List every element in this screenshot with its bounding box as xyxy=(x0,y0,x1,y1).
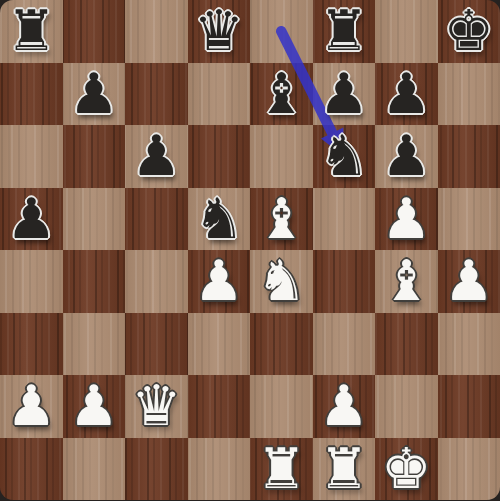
piece-white-queen[interactable]: ♛ xyxy=(125,375,188,438)
piece-black-king[interactable]: ♚ xyxy=(438,0,500,63)
piece-black-pawn[interactable]: ♟ xyxy=(63,63,126,126)
square-c1[interactable] xyxy=(125,438,188,501)
board-background: ♜♛♜♚♟♝♟♟♟♞♟♟♞♝♟♟♞♝♟♟♟♛♟♜♜♚ xyxy=(0,0,500,501)
square-e6[interactable] xyxy=(250,125,313,188)
piece-white-pawn[interactable]: ♟ xyxy=(0,375,63,438)
piece-white-pawn[interactable]: ♟ xyxy=(438,250,500,313)
square-g1[interactable]: ♚ xyxy=(375,438,438,501)
square-h3[interactable] xyxy=(438,313,500,376)
piece-black-knight[interactable]: ♞ xyxy=(188,188,251,251)
chess-board[interactable]: ♜♛♜♚♟♝♟♟♟♞♟♟♞♝♟♟♞♝♟♟♟♛♟♜♜♚ xyxy=(0,0,500,500)
piece-white-rook[interactable]: ♜ xyxy=(313,438,376,501)
square-a5[interactable]: ♟ xyxy=(0,188,63,251)
piece-black-pawn[interactable]: ♟ xyxy=(375,63,438,126)
square-c6[interactable]: ♟ xyxy=(125,125,188,188)
square-a1[interactable] xyxy=(0,438,63,501)
piece-white-pawn[interactable]: ♟ xyxy=(63,375,126,438)
piece-black-pawn[interactable]: ♟ xyxy=(313,63,376,126)
square-g2[interactable] xyxy=(375,375,438,438)
square-b6[interactable] xyxy=(63,125,126,188)
square-g5[interactable]: ♟ xyxy=(375,188,438,251)
square-d4[interactable]: ♟ xyxy=(188,250,251,313)
square-e4[interactable]: ♞ xyxy=(250,250,313,313)
square-e1[interactable]: ♜ xyxy=(250,438,313,501)
square-c7[interactable] xyxy=(125,63,188,126)
square-h2[interactable] xyxy=(438,375,500,438)
square-d1[interactable] xyxy=(188,438,251,501)
square-c8[interactable] xyxy=(125,0,188,63)
square-h6[interactable] xyxy=(438,125,500,188)
piece-white-pawn[interactable]: ♟ xyxy=(188,250,251,313)
piece-white-knight[interactable]: ♞ xyxy=(250,250,313,313)
square-f5[interactable] xyxy=(313,188,376,251)
square-g6[interactable]: ♟ xyxy=(375,125,438,188)
square-b7[interactable]: ♟ xyxy=(63,63,126,126)
square-e5[interactable]: ♝ xyxy=(250,188,313,251)
square-c5[interactable] xyxy=(125,188,188,251)
square-a8[interactable]: ♜ xyxy=(0,0,63,63)
square-d7[interactable] xyxy=(188,63,251,126)
square-b3[interactable] xyxy=(63,313,126,376)
piece-black-pawn[interactable]: ♟ xyxy=(125,125,188,188)
square-a6[interactable] xyxy=(0,125,63,188)
square-e8[interactable] xyxy=(250,0,313,63)
square-b4[interactable] xyxy=(63,250,126,313)
square-d5[interactable]: ♞ xyxy=(188,188,251,251)
square-f3[interactable] xyxy=(313,313,376,376)
piece-black-pawn[interactable]: ♟ xyxy=(0,188,63,251)
piece-black-rook[interactable]: ♜ xyxy=(0,0,63,63)
square-g7[interactable]: ♟ xyxy=(375,63,438,126)
square-f1[interactable]: ♜ xyxy=(313,438,376,501)
square-f2[interactable]: ♟ xyxy=(313,375,376,438)
square-e3[interactable] xyxy=(250,313,313,376)
piece-white-king[interactable]: ♚ xyxy=(375,438,438,501)
piece-white-pawn[interactable]: ♟ xyxy=(375,188,438,251)
square-h4[interactable]: ♟ xyxy=(438,250,500,313)
square-d2[interactable] xyxy=(188,375,251,438)
piece-black-rook[interactable]: ♜ xyxy=(313,0,376,63)
square-g3[interactable] xyxy=(375,313,438,376)
piece-black-queen[interactable]: ♛ xyxy=(188,0,251,63)
square-c4[interactable] xyxy=(125,250,188,313)
piece-black-bishop[interactable]: ♝ xyxy=(250,63,313,126)
square-f8[interactable]: ♜ xyxy=(313,0,376,63)
square-g8[interactable] xyxy=(375,0,438,63)
square-e2[interactable] xyxy=(250,375,313,438)
square-d8[interactable]: ♛ xyxy=(188,0,251,63)
piece-black-pawn[interactable]: ♟ xyxy=(375,125,438,188)
piece-white-bishop[interactable]: ♝ xyxy=(375,250,438,313)
square-f6[interactable]: ♞ xyxy=(313,125,376,188)
square-a2[interactable]: ♟ xyxy=(0,375,63,438)
piece-white-bishop[interactable]: ♝ xyxy=(250,188,313,251)
square-b5[interactable] xyxy=(63,188,126,251)
square-c3[interactable] xyxy=(125,313,188,376)
square-h5[interactable] xyxy=(438,188,500,251)
square-g4[interactable]: ♝ xyxy=(375,250,438,313)
square-h7[interactable] xyxy=(438,63,500,126)
square-a4[interactable] xyxy=(0,250,63,313)
square-c2[interactable]: ♛ xyxy=(125,375,188,438)
square-a3[interactable] xyxy=(0,313,63,376)
square-d3[interactable] xyxy=(188,313,251,376)
square-h1[interactable] xyxy=(438,438,500,501)
piece-white-pawn[interactable]: ♟ xyxy=(313,375,376,438)
piece-black-knight[interactable]: ♞ xyxy=(313,125,376,188)
piece-white-rook[interactable]: ♜ xyxy=(250,438,313,501)
square-d6[interactable] xyxy=(188,125,251,188)
square-b1[interactable] xyxy=(63,438,126,501)
square-f4[interactable] xyxy=(313,250,376,313)
square-b8[interactable] xyxy=(63,0,126,63)
square-h8[interactable]: ♚ xyxy=(438,0,500,63)
square-f7[interactable]: ♟ xyxy=(313,63,376,126)
square-b2[interactable]: ♟ xyxy=(63,375,126,438)
square-e7[interactable]: ♝ xyxy=(250,63,313,126)
square-a7[interactable] xyxy=(0,63,63,126)
